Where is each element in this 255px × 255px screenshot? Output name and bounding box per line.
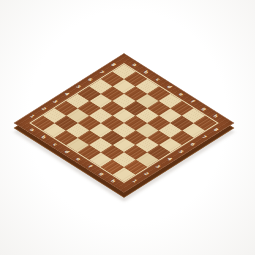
squares-grid xyxy=(31,64,216,181)
maple-inlay-line xyxy=(29,63,219,183)
product-photo: abcdefgh abcdefgh 87654321 87654321 xyxy=(0,0,255,255)
chessboard: abcdefgh abcdefgh 87654321 87654321 xyxy=(14,53,235,193)
